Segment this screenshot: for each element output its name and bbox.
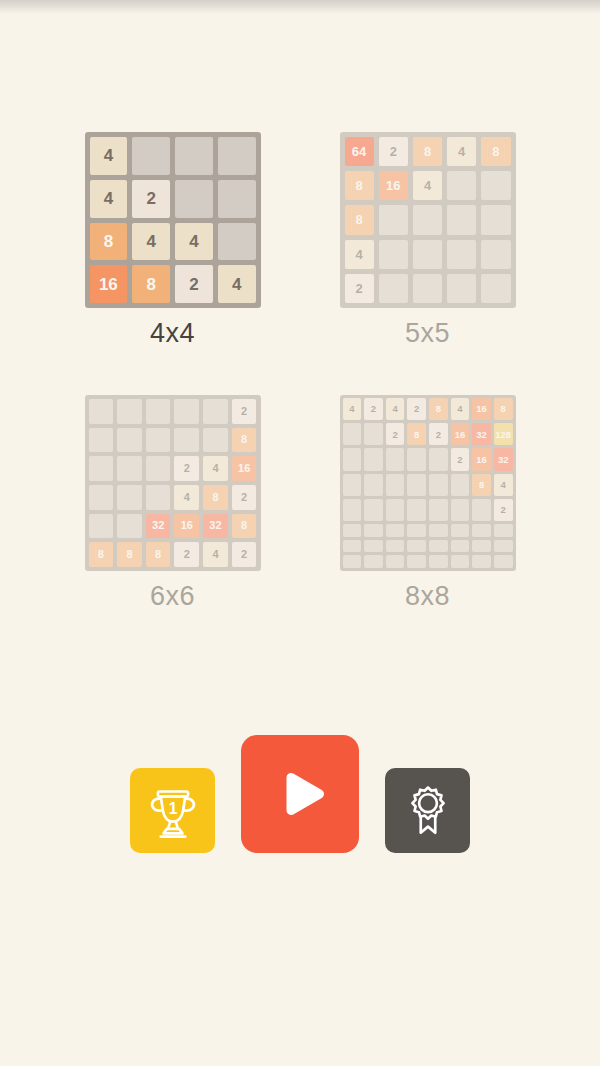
tile-32: 32	[203, 514, 228, 539]
empty-cell	[146, 456, 171, 481]
empty-cell	[343, 499, 362, 521]
empty-cell	[407, 474, 426, 496]
empty-cell	[89, 514, 114, 539]
trophy-icon: 1	[144, 782, 202, 840]
tile-8: 8	[132, 265, 170, 303]
empty-cell	[364, 499, 383, 521]
mode-grid-list: 44284416824 4x4 6428488164842 5x5 282416…	[0, 0, 600, 613]
empty-cell	[218, 137, 256, 175]
tile-2: 2	[386, 423, 405, 445]
tile-8: 8	[89, 542, 114, 567]
tile-16: 16	[472, 448, 491, 470]
empty-cell	[175, 137, 213, 175]
empty-cell	[343, 474, 362, 496]
mode-6x6[interactable]: 2824164823216328888242 6x6	[85, 395, 261, 613]
board-5x5[interactable]: 6428488164842	[340, 132, 516, 308]
tile-2: 2	[132, 180, 170, 218]
tile-4: 4	[132, 223, 170, 261]
empty-cell	[386, 540, 405, 553]
empty-cell	[174, 428, 199, 453]
tile-8: 8	[345, 205, 374, 234]
tile-4: 4	[90, 180, 128, 218]
empty-cell	[472, 540, 491, 553]
empty-cell	[481, 171, 510, 200]
mode-label-8x8[interactable]: 8x8	[405, 579, 450, 613]
empty-cell	[89, 428, 114, 453]
tile-2: 2	[174, 456, 199, 481]
board-8x8[interactable]: 424284168282163212821632842	[340, 395, 516, 571]
empty-cell	[407, 448, 426, 470]
tile-8: 8	[232, 428, 257, 453]
tile-16: 16	[379, 171, 408, 200]
empty-cell	[386, 555, 405, 568]
mode-label-4x4[interactable]: 4x4	[150, 316, 195, 350]
play-icon	[264, 758, 336, 830]
empty-cell	[343, 423, 362, 445]
empty-cell	[386, 524, 405, 537]
tile-8: 8	[481, 137, 510, 166]
empty-cell	[407, 540, 426, 553]
empty-cell	[451, 524, 470, 537]
empty-cell	[494, 524, 513, 537]
empty-cell	[218, 180, 256, 218]
tile-4: 4	[494, 474, 513, 496]
achievements-button[interactable]	[385, 768, 470, 853]
tile-8: 8	[203, 485, 228, 510]
empty-cell	[472, 555, 491, 568]
empty-cell	[364, 555, 383, 568]
tile-8: 8	[494, 398, 513, 420]
tile-2: 2	[407, 398, 426, 420]
tile-8: 8	[90, 223, 128, 261]
empty-cell	[364, 474, 383, 496]
empty-cell	[386, 474, 405, 496]
tile-16: 16	[451, 423, 470, 445]
rank-number: 1	[168, 799, 177, 816]
tile-2: 2	[379, 137, 408, 166]
empty-cell	[132, 137, 170, 175]
tile-4: 4	[451, 398, 470, 420]
empty-cell	[117, 514, 142, 539]
mode-label-5x5[interactable]: 5x5	[405, 316, 450, 350]
empty-cell	[481, 274, 510, 303]
tile-4: 4	[413, 171, 442, 200]
empty-cell	[429, 474, 448, 496]
empty-cell	[146, 485, 171, 510]
tile-8: 8	[117, 542, 142, 567]
empty-cell	[407, 499, 426, 521]
empty-cell	[343, 524, 362, 537]
empty-cell	[379, 274, 408, 303]
tile-8: 8	[472, 474, 491, 496]
tile-16: 16	[90, 265, 128, 303]
empty-cell	[451, 499, 470, 521]
tile-32: 32	[494, 448, 513, 470]
tile-128: 128	[494, 423, 513, 445]
empty-cell	[447, 274, 476, 303]
empty-cell	[203, 428, 228, 453]
empty-cell	[343, 540, 362, 553]
leaderboard-button[interactable]: 1	[130, 768, 215, 853]
empty-cell	[175, 180, 213, 218]
empty-cell	[413, 205, 442, 234]
tile-4: 4	[343, 398, 362, 420]
tile-4: 4	[175, 223, 213, 261]
mode-5x5[interactable]: 6428488164842 5x5	[340, 132, 516, 350]
tile-2: 2	[451, 448, 470, 470]
empty-cell	[494, 555, 513, 568]
empty-cell	[218, 223, 256, 261]
empty-cell	[413, 274, 442, 303]
medal-icon	[399, 782, 457, 840]
empty-cell	[117, 456, 142, 481]
empty-cell	[364, 524, 383, 537]
tile-32: 32	[146, 514, 171, 539]
empty-cell	[386, 448, 405, 470]
tile-8: 8	[413, 137, 442, 166]
tile-2: 2	[175, 265, 213, 303]
toolbar: 1	[0, 735, 600, 853]
play-button[interactable]	[241, 735, 359, 853]
empty-cell	[174, 399, 199, 424]
empty-cell	[386, 499, 405, 521]
tile-2: 2	[494, 499, 513, 521]
empty-cell	[89, 399, 114, 424]
tile-8: 8	[345, 171, 374, 200]
mode-4x4[interactable]: 44284416824 4x4	[85, 132, 261, 350]
tile-8: 8	[232, 514, 257, 539]
empty-cell	[429, 555, 448, 568]
empty-cell	[429, 524, 448, 537]
empty-cell	[413, 240, 442, 269]
empty-cell	[451, 555, 470, 568]
empty-cell	[451, 474, 470, 496]
tile-2: 2	[232, 485, 257, 510]
tile-2: 2	[345, 274, 374, 303]
mode-label-6x6[interactable]: 6x6	[150, 579, 195, 613]
empty-cell	[481, 240, 510, 269]
tile-4: 4	[218, 265, 256, 303]
empty-cell	[472, 499, 491, 521]
board-4x4[interactable]: 44284416824	[85, 132, 261, 308]
empty-cell	[407, 555, 426, 568]
tile-32: 32	[472, 423, 491, 445]
empty-cell	[203, 399, 228, 424]
tile-2: 2	[364, 398, 383, 420]
tile-2: 2	[174, 542, 199, 567]
tile-4: 4	[174, 485, 199, 510]
empty-cell	[89, 456, 114, 481]
tile-4: 4	[203, 456, 228, 481]
tile-4: 4	[447, 137, 476, 166]
tile-2: 2	[232, 399, 257, 424]
empty-cell	[407, 524, 426, 537]
empty-cell	[379, 205, 408, 234]
board-6x6[interactable]: 2824164823216328888242	[85, 395, 261, 571]
tile-4: 4	[90, 137, 128, 175]
empty-cell	[472, 524, 491, 537]
empty-cell	[494, 540, 513, 553]
empty-cell	[364, 448, 383, 470]
empty-cell	[447, 240, 476, 269]
empty-cell	[343, 555, 362, 568]
empty-cell	[146, 399, 171, 424]
tile-8: 8	[429, 398, 448, 420]
empty-cell	[429, 499, 448, 521]
empty-cell	[364, 540, 383, 553]
empty-cell	[117, 399, 142, 424]
empty-cell	[343, 448, 362, 470]
empty-cell	[89, 485, 114, 510]
tile-8: 8	[407, 423, 426, 445]
empty-cell	[364, 423, 383, 445]
tile-16: 16	[472, 398, 491, 420]
tile-4: 4	[203, 542, 228, 567]
tile-4: 4	[345, 240, 374, 269]
empty-cell	[481, 205, 510, 234]
tile-2: 2	[232, 542, 257, 567]
empty-cell	[379, 240, 408, 269]
tile-16: 16	[232, 456, 257, 481]
empty-cell	[451, 540, 470, 553]
empty-cell	[447, 171, 476, 200]
tile-4: 4	[386, 398, 405, 420]
empty-cell	[117, 485, 142, 510]
tile-2: 2	[429, 423, 448, 445]
tile-64: 64	[345, 137, 374, 166]
tile-8: 8	[146, 542, 171, 567]
empty-cell	[146, 428, 171, 453]
mode-8x8[interactable]: 424284168282163212821632842 8x8	[340, 395, 516, 613]
empty-cell	[429, 448, 448, 470]
empty-cell	[447, 205, 476, 234]
empty-cell	[429, 540, 448, 553]
empty-cell	[117, 428, 142, 453]
tile-16: 16	[174, 514, 199, 539]
